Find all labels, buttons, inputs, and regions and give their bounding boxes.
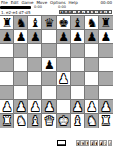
black-bishop[interactable]: ♝ xyxy=(72,16,83,30)
square-c4[interactable] xyxy=(28,72,42,86)
white-bishop[interactable]: ♝ xyxy=(30,114,41,128)
square-g7[interactable]: ♟ xyxy=(85,30,99,44)
square-e6[interactable] xyxy=(57,44,71,58)
square-g6[interactable] xyxy=(85,44,99,58)
square-e3[interactable] xyxy=(57,86,71,100)
bottom-bar: ♚♛♜♝♞♟♔♙ xyxy=(0,128,113,150)
square-e8[interactable]: ♚ xyxy=(57,16,71,30)
tray-black-bishop[interactable]: ♝ xyxy=(90,140,94,146)
square-a4[interactable] xyxy=(0,72,14,86)
square-h7[interactable]: ♟ xyxy=(99,30,113,44)
square-d2[interactable]: ♟ xyxy=(42,100,56,114)
white-king[interactable]: ♚ xyxy=(58,114,69,128)
square-d3[interactable] xyxy=(42,86,56,100)
square-h8[interactable]: ♜ xyxy=(99,16,113,30)
white-pawn[interactable]: ♟ xyxy=(86,100,97,114)
tray-black-knight[interactable]: ♞ xyxy=(94,140,98,146)
white-pawn[interactable]: ♟ xyxy=(16,100,27,114)
black-pawn[interactable]: ♟ xyxy=(2,30,13,44)
square-a6[interactable] xyxy=(0,44,14,58)
white-rook[interactable]: ♜ xyxy=(101,114,112,128)
white-pawn[interactable]: ♟ xyxy=(30,100,41,114)
white-pawn[interactable]: ♟ xyxy=(101,100,112,114)
square-c3[interactable] xyxy=(28,86,42,100)
square-d8[interactable]: ♛ xyxy=(42,16,56,30)
square-g3[interactable] xyxy=(85,86,99,100)
square-b6[interactable] xyxy=(14,44,28,58)
white-pawn[interactable]: ♟ xyxy=(44,100,55,114)
tray-black-king[interactable]: ♚ xyxy=(76,140,80,146)
black-pawn[interactable]: ♟ xyxy=(16,30,27,44)
square-b8[interactable]: ♞ xyxy=(14,16,28,30)
square-b3[interactable] xyxy=(14,86,28,100)
chess-board: ♜♞♝♛♚♝♞♜♟♟♟♟♟♟♟♟♟♟♟♟♟♟♟♟♜♞♝♛♚♝♞♜ xyxy=(0,15,113,128)
black-pawn[interactable]: ♟ xyxy=(72,30,83,44)
black-pawn[interactable]: ♟ xyxy=(101,30,112,44)
square-b1[interactable]: ♞ xyxy=(14,114,28,128)
square-a3[interactable] xyxy=(0,86,14,100)
square-b4[interactable] xyxy=(14,72,28,86)
white-knight[interactable]: ♞ xyxy=(86,114,97,128)
square-h5[interactable] xyxy=(99,58,113,72)
captured-pieces-tray: ♚♛♜♝♞♟♔♙ xyxy=(76,140,112,146)
chess-app-window: File Edit Game Move Options Help 00:00 0… xyxy=(0,0,113,150)
square-g5[interactable] xyxy=(85,58,99,72)
toolbar: ■▤▦«◂▸»↺?⇅≡· xyxy=(59,10,112,14)
square-f3[interactable] xyxy=(71,86,85,100)
square-f8[interactable]: ♝ xyxy=(71,16,85,30)
black-queen[interactable]: ♛ xyxy=(44,16,55,30)
tray-black-queen[interactable]: ♛ xyxy=(80,140,84,146)
square-h1[interactable]: ♜ xyxy=(99,114,113,128)
square-h3[interactable] xyxy=(99,86,113,100)
white-pawn[interactable]: ♟ xyxy=(72,100,83,114)
computer-icon xyxy=(57,140,66,146)
help-button[interactable]: · xyxy=(108,10,112,14)
square-d4[interactable] xyxy=(42,72,56,86)
square-d5[interactable]: ♟ xyxy=(42,58,56,72)
white-pawn[interactable]: ♟ xyxy=(58,72,69,86)
tray-black-rook[interactable]: ♜ xyxy=(85,140,89,146)
square-e4[interactable]: ♟ xyxy=(57,72,71,86)
black-pawn[interactable]: ♟ xyxy=(30,30,41,44)
square-a2[interactable]: ♟ xyxy=(0,100,14,114)
square-d1[interactable]: ♛ xyxy=(42,114,56,128)
black-pawn[interactable]: ♟ xyxy=(58,30,69,44)
square-d7[interactable] xyxy=(42,30,56,44)
white-queen[interactable]: ♛ xyxy=(44,114,55,128)
square-c1[interactable]: ♝ xyxy=(28,114,42,128)
square-f1[interactable]: ♝ xyxy=(71,114,85,128)
square-f7[interactable]: ♟ xyxy=(71,30,85,44)
tray-black-pawn[interactable]: ♟ xyxy=(99,140,103,146)
square-a5[interactable] xyxy=(0,58,14,72)
square-e2[interactable] xyxy=(57,100,71,114)
square-f6[interactable] xyxy=(71,44,85,58)
square-d6[interactable] xyxy=(42,44,56,58)
square-g2[interactable]: ♟ xyxy=(85,100,99,114)
square-b5[interactable] xyxy=(14,58,28,72)
square-h4[interactable] xyxy=(99,72,113,86)
white-rook[interactable]: ♜ xyxy=(2,114,13,128)
tray-white-pawn[interactable]: ♙ xyxy=(108,140,112,146)
square-h2[interactable]: ♟ xyxy=(99,100,113,114)
square-e7[interactable]: ♟ xyxy=(57,30,71,44)
black-knight[interactable]: ♞ xyxy=(86,16,97,30)
tray-white-king[interactable]: ♔ xyxy=(103,140,107,146)
square-c7[interactable]: ♟ xyxy=(28,30,42,44)
square-c5[interactable] xyxy=(28,58,42,72)
square-h6[interactable] xyxy=(99,44,113,58)
square-a1[interactable]: ♜ xyxy=(0,114,14,128)
black-rook[interactable]: ♜ xyxy=(101,16,112,30)
black-king[interactable]: ♚ xyxy=(58,16,69,30)
square-a8[interactable]: ♜ xyxy=(0,16,14,30)
square-c8[interactable]: ♝ xyxy=(28,16,42,30)
square-c6[interactable] xyxy=(28,44,42,58)
white-bishop[interactable]: ♝ xyxy=(72,114,83,128)
square-f4[interactable] xyxy=(71,72,85,86)
square-a7[interactable]: ♟ xyxy=(0,30,14,44)
square-b7[interactable]: ♟ xyxy=(14,30,28,44)
white-pawn[interactable]: ♟ xyxy=(2,100,13,114)
square-e1[interactable]: ♚ xyxy=(57,114,71,128)
square-e5[interactable] xyxy=(57,58,71,72)
square-g1[interactable]: ♞ xyxy=(85,114,99,128)
square-g4[interactable] xyxy=(85,72,99,86)
white-knight[interactable]: ♞ xyxy=(16,114,27,128)
black-knight[interactable]: ♞ xyxy=(16,16,27,30)
square-b2[interactable]: ♟ xyxy=(14,100,28,114)
square-f2[interactable]: ♟ xyxy=(71,100,85,114)
square-c2[interactable]: ♟ xyxy=(28,100,42,114)
black-pawn[interactable]: ♟ xyxy=(44,58,55,72)
black-bishop[interactable]: ♝ xyxy=(30,16,41,30)
square-g8[interactable]: ♞ xyxy=(85,16,99,30)
black-rook[interactable]: ♜ xyxy=(2,16,13,30)
black-pawn[interactable]: ♟ xyxy=(86,30,97,44)
square-f5[interactable] xyxy=(71,58,85,72)
